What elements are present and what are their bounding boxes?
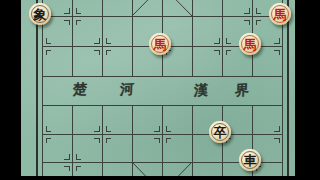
piece-black-black-chariot[interactable]: 車 <box>239 149 261 171</box>
piece-red-red-horse[interactable]: 馬 <box>269 3 291 25</box>
piece-red-red-horse[interactable]: 馬 <box>239 33 261 55</box>
piece-black-black-soldier[interactable]: 卒 <box>209 121 231 143</box>
river-label-border: 界 <box>234 82 249 101</box>
piece-glyph: 馬 <box>274 7 287 20</box>
xiangqi-board[interactable]: 楚 河 漢 界 象馬馬馬卒車 <box>21 0 295 176</box>
piece-glyph: 卒 <box>214 125 227 138</box>
piece-glyph: 車 <box>244 153 257 166</box>
piece-glyph: 馬 <box>154 37 167 50</box>
river-label-chu: 楚 <box>72 81 87 100</box>
river-label-han: 漢 <box>193 82 208 101</box>
video-frame: 楚 河 漢 界 象馬馬馬卒車 <box>0 0 320 180</box>
river-label-river: 河 <box>119 81 134 100</box>
piece-red-red-horse[interactable]: 馬 <box>149 33 171 55</box>
piece-glyph: 象 <box>34 7 47 20</box>
piece-glyph: 馬 <box>244 37 257 50</box>
piece-black-black-elephant[interactable]: 象 <box>29 3 51 25</box>
